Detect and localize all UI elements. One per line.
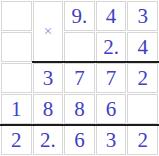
cell-r3-c1 xyxy=(1,63,32,93)
cell-r2-c3 xyxy=(64,32,95,62)
cell-r2-c1 xyxy=(1,32,32,62)
cell-r1-c1 xyxy=(1,1,32,31)
cell-r5-c2: 2. xyxy=(33,125,64,155)
cell-r3-c2: 3 xyxy=(33,63,64,93)
cell-r4-c5 xyxy=(127,94,158,124)
cell-r3-c5: 2 xyxy=(127,63,158,93)
cell-r4-c2: 8 xyxy=(33,94,64,124)
cell-r5-c3: 6 xyxy=(64,125,95,155)
cell-r1-c5: 3 xyxy=(127,1,158,31)
cell-r4-c3: 8 xyxy=(64,94,95,124)
cell-r5-c4: 3 xyxy=(96,125,127,155)
cell-r3-c3: 7 xyxy=(64,63,95,93)
cell-r1-c3: 9. xyxy=(64,1,95,31)
cell-r4-c1: 1 xyxy=(1,94,32,124)
cell-r5-c1: 2 xyxy=(1,125,32,155)
multiply-sign-cell: × xyxy=(33,1,64,62)
cell-r2-c5: 4 xyxy=(127,32,158,62)
long-multiplication-grid: × 9. 4 3 2. 4 3 7 7 2 1 8 8 6 2 2. 6 3 2 xyxy=(0,0,159,156)
sum-rule-line xyxy=(0,124,159,126)
cell-r4-c4: 6 xyxy=(96,94,127,124)
cell-r2-c4: 2. xyxy=(96,32,127,62)
multiply-icon: × xyxy=(44,24,52,39)
cell-r5-c5: 2 xyxy=(127,125,158,155)
cell-r3-c4: 7 xyxy=(96,63,127,93)
cell-r1-c4: 4 xyxy=(96,1,127,31)
multiplication-rule-line xyxy=(32,61,159,63)
